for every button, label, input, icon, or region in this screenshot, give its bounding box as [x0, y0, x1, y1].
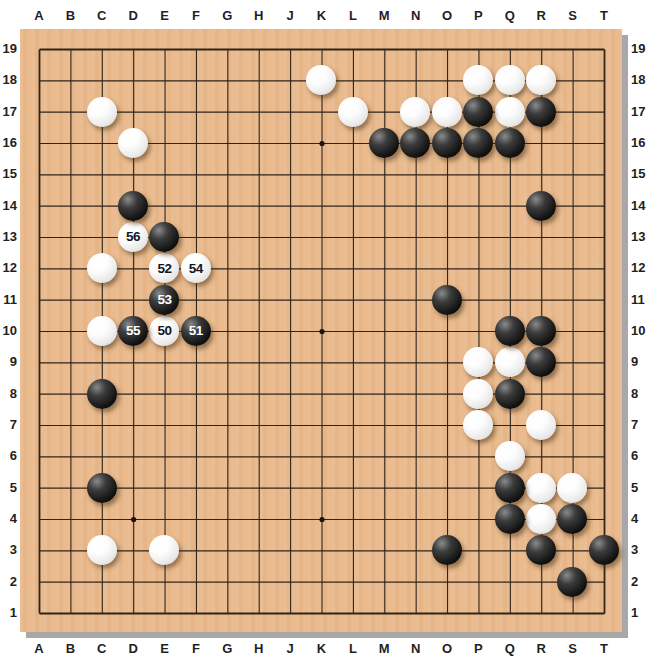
stone-white-Q18 [495, 65, 525, 95]
coord-label: G [216, 8, 238, 24]
coord-label: 14 [0, 198, 17, 214]
coord-label: P [467, 641, 489, 657]
stone-white-E10: 50 [149, 316, 179, 346]
stone-white-E12: 52 [149, 253, 179, 283]
coord-label: O [436, 641, 458, 657]
stone-black-S2 [557, 567, 587, 597]
stone-white-R18 [526, 65, 556, 95]
stone-black-F10: 51 [181, 316, 211, 346]
coord-label: 8 [0, 386, 17, 402]
stone-black-R3 [526, 535, 556, 565]
coord-label: 19 [0, 41, 17, 57]
coord-label: 4 [0, 511, 17, 527]
coord-label: 10 [631, 323, 650, 339]
stone-white-D13: 56 [118, 222, 148, 252]
stone-white-Q6 [495, 441, 525, 471]
stone-white-C17 [87, 97, 117, 127]
coord-label: N [405, 8, 427, 24]
coord-label: D [122, 8, 144, 24]
coord-label: 4 [631, 511, 650, 527]
stone-black-Q5 [495, 473, 525, 503]
stone-black-Q16 [495, 128, 525, 158]
stone-black-O11 [432, 285, 462, 315]
stone-black-R14 [526, 191, 556, 221]
stone-black-Q8 [495, 379, 525, 409]
coord-label: K [311, 8, 333, 24]
coord-label: M [373, 8, 395, 24]
move-number-label: 55 [126, 324, 140, 338]
stone-black-C8 [87, 379, 117, 409]
stone-black-E11: 53 [149, 285, 179, 315]
coord-label: M [373, 641, 395, 657]
stone-white-R4 [526, 504, 556, 534]
coord-label: D [122, 641, 144, 657]
coord-label: 5 [631, 480, 650, 496]
stone-white-R5 [526, 473, 556, 503]
stone-black-E13 [149, 222, 179, 252]
stone-white-F12: 54 [181, 253, 211, 283]
move-number-label: 53 [157, 293, 171, 307]
coord-label: 16 [631, 135, 650, 151]
coord-label: 15 [631, 166, 650, 182]
coord-label: J [279, 8, 301, 24]
coord-label: 13 [0, 229, 17, 245]
stone-white-Q9 [495, 347, 525, 377]
coord-label: Q [499, 8, 521, 24]
coord-label: T [593, 641, 615, 657]
coord-label: 19 [631, 41, 650, 57]
stone-white-D16 [118, 128, 148, 158]
coord-label: B [59, 8, 81, 24]
coord-label: 17 [631, 104, 650, 120]
stone-white-C12 [87, 253, 117, 283]
coord-label: L [342, 8, 364, 24]
coord-label: 1 [631, 605, 650, 621]
stone-black-P17 [463, 97, 493, 127]
go-board[interactable]: 56525450535551 [20, 29, 622, 632]
move-number-label: 56 [126, 230, 140, 244]
coord-label: A [28, 8, 50, 24]
coord-label: 10 [0, 323, 17, 339]
coord-label: K [311, 641, 333, 657]
coord-label: S [562, 8, 584, 24]
stone-white-E3 [149, 535, 179, 565]
stone-white-R7 [526, 410, 556, 440]
stone-white-L17 [338, 97, 368, 127]
coord-label: 5 [0, 480, 17, 496]
coord-label: 1 [0, 605, 17, 621]
coord-label: 17 [0, 104, 17, 120]
coord-label: F [185, 641, 207, 657]
stone-white-S5 [557, 473, 587, 503]
coord-label: A [28, 641, 50, 657]
stone-black-M16 [369, 128, 399, 158]
coord-label: N [405, 641, 427, 657]
stone-layer: 56525450535551 [23, 33, 619, 628]
coord-label: 14 [631, 198, 650, 214]
coord-label: 6 [631, 448, 650, 464]
coord-label: E [154, 8, 176, 24]
move-number-label: 54 [189, 262, 203, 276]
coord-label: 2 [631, 574, 650, 590]
coord-label: 18 [0, 72, 17, 88]
coord-label: P [467, 8, 489, 24]
coord-label: O [436, 8, 458, 24]
coord-label: H [248, 641, 270, 657]
coord-label: H [248, 8, 270, 24]
coord-label: F [185, 8, 207, 24]
stone-black-P16 [463, 128, 493, 158]
coord-label: T [593, 8, 615, 24]
coord-label: 3 [631, 542, 650, 558]
coord-label: 6 [0, 448, 17, 464]
coord-label: 7 [0, 417, 17, 433]
coord-label: B [59, 641, 81, 657]
stone-black-O16 [432, 128, 462, 158]
coord-label: C [91, 8, 113, 24]
coord-label: G [216, 641, 238, 657]
stone-black-C5 [87, 473, 117, 503]
move-number-label: 50 [157, 324, 171, 338]
coord-label: Q [499, 641, 521, 657]
coord-label: 2 [0, 574, 17, 590]
stone-black-R10 [526, 316, 556, 346]
stone-white-O17 [432, 97, 462, 127]
coord-label: 18 [631, 72, 650, 88]
coord-label: 15 [0, 166, 17, 182]
coord-label: 12 [0, 260, 17, 276]
coord-label: S [562, 641, 584, 657]
stone-black-Q10 [495, 316, 525, 346]
stone-white-P18 [463, 65, 493, 95]
stone-white-Q17 [495, 97, 525, 127]
coord-label: E [154, 641, 176, 657]
coord-label: 9 [631, 354, 650, 370]
stone-black-R9 [526, 347, 556, 377]
move-number-label: 51 [189, 324, 203, 338]
stone-black-N16 [400, 128, 430, 158]
coord-label: R [530, 641, 552, 657]
coord-label: 3 [0, 542, 17, 558]
move-number-label: 52 [157, 262, 171, 276]
coord-label: 11 [631, 292, 650, 308]
stone-white-P7 [463, 410, 493, 440]
coord-label: C [91, 641, 113, 657]
stone-black-Q4 [495, 504, 525, 534]
coord-label: 8 [631, 386, 650, 402]
coord-label: J [279, 641, 301, 657]
coord-label: 7 [631, 417, 650, 433]
coord-label: 13 [631, 229, 650, 245]
stone-black-O3 [432, 535, 462, 565]
stone-white-N17 [400, 97, 430, 127]
coord-label: L [342, 641, 364, 657]
coord-label: 9 [0, 354, 17, 370]
stone-white-P8 [463, 379, 493, 409]
coord-label: 16 [0, 135, 17, 151]
stone-black-R17 [526, 97, 556, 127]
coord-label: R [530, 8, 552, 24]
stone-black-T3 [589, 535, 619, 565]
stone-white-C3 [87, 535, 117, 565]
stone-black-D10: 55 [118, 316, 148, 346]
stone-black-D14 [118, 191, 148, 221]
stone-black-S4 [557, 504, 587, 534]
stone-white-P9 [463, 347, 493, 377]
stone-white-C10 [87, 316, 117, 346]
coord-label: 12 [631, 260, 650, 276]
coord-label: 11 [0, 292, 17, 308]
stone-white-K18 [306, 65, 336, 95]
